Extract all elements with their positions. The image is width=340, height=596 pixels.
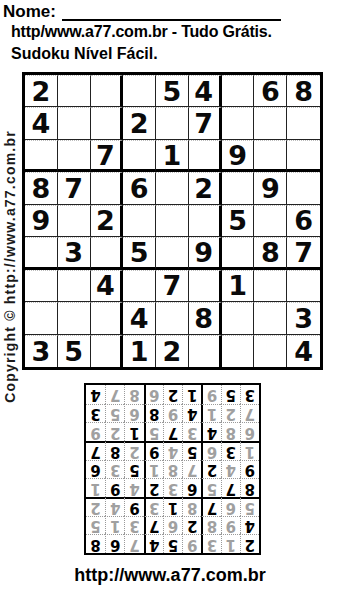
- solution-solved-digit: 3: [187, 425, 197, 440]
- puzzle-cell-r6c1[interactable]: [25, 237, 58, 269]
- puzzle-cell-r4c8[interactable]: 9: [254, 172, 287, 204]
- given-digit: 6: [261, 78, 280, 105]
- puzzle-cell-r5c9[interactable]: 6: [287, 205, 320, 237]
- puzzle-cell-r5c4[interactable]: [123, 205, 156, 237]
- given-digit: 4: [31, 110, 50, 137]
- given-digit: 8: [261, 239, 280, 266]
- given-digit: 2: [194, 175, 213, 202]
- puzzle-cell-r9c1[interactable]: 3: [25, 335, 58, 367]
- given-digit: 2: [31, 78, 50, 105]
- solution-cell-r6c9: 7: [86, 441, 105, 460]
- puzzle-cell-r7c2[interactable]: [58, 270, 91, 302]
- solution-cell-r9c6: 6: [144, 385, 163, 404]
- solution-cell-r1c5: 5: [163, 534, 182, 553]
- solution-cell-r5c6: 1: [144, 460, 163, 479]
- given-digit: 9: [228, 142, 247, 169]
- solution-cell-r9c8: 7: [105, 385, 124, 404]
- solution-solved-digit: 3: [129, 518, 139, 533]
- solution-cell-r2c7: 3: [124, 516, 143, 535]
- solution-cell-r6c3: 6: [201, 441, 220, 460]
- solution-solved-digit: 3: [110, 462, 120, 477]
- solution-cell-r1c9: 8: [86, 534, 105, 553]
- solution-solved-digit: 5: [149, 425, 159, 440]
- puzzle-cell-r2c7[interactable]: [222, 107, 255, 139]
- solution-given-digit: 9: [110, 481, 120, 496]
- puzzle-cell-r2c1[interactable]: 4: [25, 107, 58, 139]
- puzzle-cell-r1c1[interactable]: 2: [25, 75, 58, 107]
- solution-cell-r9c5: 2: [163, 385, 182, 404]
- given-digit: 9: [261, 175, 280, 202]
- given-digit: 7: [294, 239, 313, 266]
- solution-given-digit: 2: [168, 387, 178, 402]
- solution-cell-r7c4: 3: [182, 422, 201, 441]
- sudoku-sheet: Nome: http/www.a77.com.br - Tudo Grátis.…: [0, 0, 340, 596]
- given-digit: 5: [228, 207, 247, 234]
- solution-cell-r4c3: 5: [201, 478, 220, 497]
- solution-cell-r2c5: 6: [163, 516, 182, 535]
- solution-cell-r2c3: 8: [201, 516, 220, 535]
- puzzle-cell-r7c3[interactable]: 4: [91, 270, 124, 302]
- solution-cell-r6c5: 4: [163, 441, 182, 460]
- solution-cell-r4c9: 1: [86, 478, 105, 497]
- solution-cell-r5c4: 7: [182, 460, 201, 479]
- puzzle-cell-r6c6[interactable]: 9: [189, 237, 222, 269]
- puzzle-cell-r5c3[interactable]: 2: [91, 205, 124, 237]
- solution-cell-r1c1: 2: [240, 534, 259, 553]
- solution-solved-digit: 4: [168, 444, 178, 459]
- puzzle-cell-r7c5[interactable]: 7: [156, 270, 189, 302]
- solution-solved-digit: 9: [207, 387, 217, 402]
- given-digit: 8: [31, 175, 50, 202]
- puzzle-cell-r8c8[interactable]: [254, 302, 287, 334]
- solution-given-digit: 7: [225, 481, 235, 496]
- solution-cell-r8c3: 1: [201, 404, 220, 423]
- solution-solved-digit: 3: [149, 500, 159, 515]
- puzzle-cell-r4c7[interactable]: [222, 172, 255, 204]
- solution-cell-r9c3: 9: [201, 385, 220, 404]
- solution-given-digit: 2: [245, 537, 255, 552]
- puzzle-cell-r8c7[interactable]: [222, 302, 255, 334]
- solution-given-digit: 8: [245, 481, 255, 496]
- solution-given-digit: 8: [149, 406, 159, 421]
- puzzle-cell-r6c4[interactable]: 5: [123, 237, 156, 269]
- solution-solved-digit: 6: [149, 387, 159, 402]
- given-digit: 9: [31, 207, 50, 234]
- solution-solved-digit: 1: [245, 444, 255, 459]
- solution-given-digit: 4: [90, 387, 100, 402]
- solution-given-digit: 7: [168, 425, 178, 440]
- puzzle-cell-r3c3[interactable]: 7: [91, 140, 124, 172]
- given-digit: 8: [194, 305, 213, 332]
- puzzle-cell-r3c9[interactable]: [287, 140, 320, 172]
- solution-given-digit: 7: [90, 444, 100, 459]
- puzzle-cell-r7c1[interactable]: [25, 270, 58, 302]
- solution-cell-r1c2: 1: [221, 534, 240, 553]
- given-digit: 3: [294, 305, 313, 332]
- puzzle-cell-r1c4[interactable]: [123, 75, 156, 107]
- solution-cell-r7c9: 9: [86, 422, 105, 441]
- solution-solved-digit: 4: [225, 462, 235, 477]
- puzzle-cell-r3c1[interactable]: [25, 140, 58, 172]
- solution-cell-r6c4: 5: [182, 441, 201, 460]
- solution-solved-digit: 7: [245, 406, 255, 421]
- puzzle-cell-r8c6[interactable]: 8: [189, 302, 222, 334]
- puzzle-cell-r8c1[interactable]: [25, 302, 58, 334]
- puzzle-cell-r7c7[interactable]: 1: [222, 270, 255, 302]
- given-digit: 4: [294, 338, 313, 365]
- solution-given-digit: 8: [110, 444, 120, 459]
- puzzle-cell-r7c6[interactable]: [189, 270, 222, 302]
- given-digit: 4: [96, 272, 115, 299]
- solution-solved-digit: 7: [129, 537, 139, 552]
- puzzle-cell-r6c2[interactable]: 3: [58, 237, 91, 269]
- given-digit: 1: [163, 142, 182, 169]
- puzzle-cell-r1c7[interactable]: [222, 75, 255, 107]
- solution-cell-r8c2: 2: [221, 404, 240, 423]
- puzzle-cell-r8c2[interactable]: [58, 302, 91, 334]
- solution-cell-r1c8: 6: [105, 534, 124, 553]
- name-blank-line: [62, 0, 281, 21]
- solution-given-digit: 4: [149, 537, 159, 552]
- solution-cell-r4c1: 8: [240, 478, 259, 497]
- given-digit: 3: [64, 239, 83, 266]
- solution-cell-r4c4: 6: [182, 478, 201, 497]
- solution-solved-digit: 5: [90, 518, 100, 533]
- given-digit: 5: [130, 239, 149, 266]
- puzzle-cell-r8c4[interactable]: 4: [123, 302, 156, 334]
- solution-given-digit: 2: [187, 518, 197, 533]
- solution-cell-r3c2: 6: [221, 497, 240, 516]
- given-digit: 7: [64, 175, 83, 202]
- puzzle-cell-r6c9[interactable]: 7: [287, 237, 320, 269]
- puzzle-cell-r6c7[interactable]: [222, 237, 255, 269]
- puzzle-cell-r1c6[interactable]: 4: [189, 75, 222, 107]
- puzzle-cell-r6c5[interactable]: [156, 237, 189, 269]
- solution-given-digit: 6: [187, 481, 197, 496]
- solution-given-digit: 2: [149, 481, 159, 496]
- solution-cell-r4c8: 9: [105, 478, 124, 497]
- solution-given-digit: 5: [225, 387, 235, 402]
- solution-solved-digit: 4: [110, 500, 120, 515]
- given-digit: 1: [228, 272, 247, 299]
- solution-cell-r7c7: 1: [124, 422, 143, 441]
- puzzle-cell-r1c2[interactable]: [58, 75, 91, 107]
- solution-given-digit: 9: [245, 462, 255, 477]
- solution-cell-r3c8: 4: [105, 497, 124, 516]
- puzzle-cell-r5c1[interactable]: 9: [25, 205, 58, 237]
- solution-solved-digit: 6: [168, 518, 178, 533]
- solution-cell-r9c2: 5: [221, 385, 240, 404]
- solution-given-digit: 7: [149, 518, 159, 533]
- given-digit: 2: [163, 338, 182, 365]
- solution-given-digit: 4: [207, 425, 217, 440]
- given-digit: 3: [31, 338, 50, 365]
- solution-solved-digit: 9: [225, 518, 235, 533]
- solution-cell-r4c2: 7: [221, 478, 240, 497]
- puzzle-cell-r8c9[interactable]: 3: [287, 302, 320, 334]
- solution-solved-digit: 6: [225, 500, 235, 515]
- puzzle-cell-r2c8[interactable]: [254, 107, 287, 139]
- solution-cell-r5c8: 3: [105, 460, 124, 479]
- footer-url-text: http://www.a77.com.br: [0, 565, 340, 586]
- solution-cell-r2c2: 9: [221, 516, 240, 535]
- solution-cell-r6c1: 1: [240, 441, 259, 460]
- solution-grid: 2139547684982673155678139428756324919427…: [84, 383, 261, 555]
- solution-cell-r8c5: 9: [163, 404, 182, 423]
- solution-cell-r6c6: 9: [144, 441, 163, 460]
- solution-given-digit: 4: [187, 406, 197, 421]
- solution-solved-digit: 3: [168, 481, 178, 496]
- given-digit: 5: [163, 78, 182, 105]
- name-label: Nome:: [3, 2, 56, 22]
- solution-solved-digit: 9: [168, 406, 178, 421]
- solution-given-digit: 1: [168, 500, 178, 515]
- puzzle-cell-r5c5[interactable]: [156, 205, 189, 237]
- puzzle-cell-r9c3[interactable]: [91, 335, 124, 367]
- puzzle-cell-r4c9[interactable]: [287, 172, 320, 204]
- solution-cell-r9c4: 1: [182, 385, 201, 404]
- solution-cell-r3c3: 7: [201, 497, 220, 516]
- solution-cell-r5c9: 6: [86, 460, 105, 479]
- puzzle-cell-r8c5[interactable]: [156, 302, 189, 334]
- puzzle-cell-r5c7[interactable]: 5: [222, 205, 255, 237]
- puzzle-cell-r1c3[interactable]: [91, 75, 124, 107]
- solution-solved-digit: 1: [90, 481, 100, 496]
- solution-cell-r2c6: 7: [144, 516, 163, 535]
- puzzle-cell-r5c8[interactable]: [254, 205, 287, 237]
- solution-solved-digit: 8: [225, 425, 235, 440]
- solution-given-digit: 1: [129, 425, 139, 440]
- given-digit: 7: [96, 142, 115, 169]
- solution-given-digit: 9: [149, 444, 159, 459]
- solution-cell-r2c8: 1: [105, 516, 124, 535]
- puzzle-cell-r3c6[interactable]: [189, 140, 222, 172]
- puzzle-cell-r5c2[interactable]: [58, 205, 91, 237]
- solution-cell-r2c9: 5: [86, 516, 105, 535]
- solution-cell-r7c8: 2: [105, 422, 124, 441]
- solution-solved-digit: 4: [129, 481, 139, 496]
- puzzle-cell-r2c4[interactable]: 2: [123, 107, 156, 139]
- solution-cell-r7c3: 4: [201, 422, 220, 441]
- puzzle-cell-r3c4[interactable]: [123, 140, 156, 172]
- puzzle-cell-r9c9[interactable]: 4: [287, 335, 320, 367]
- puzzle-cell-r8c3[interactable]: [91, 302, 124, 334]
- solution-solved-digit: 8: [129, 387, 139, 402]
- given-digit: 6: [130, 175, 149, 202]
- solution-cell-r2c4: 2: [182, 516, 201, 535]
- given-digit: 4: [194, 78, 213, 105]
- given-digit: 2: [96, 207, 115, 234]
- solution-cell-r5c7: 5: [124, 460, 143, 479]
- page-title: Sudoku Nível Fácil.: [11, 45, 158, 63]
- solution-cell-r6c8: 8: [105, 441, 124, 460]
- copyright-vertical-text: Copyright © http://www.a77.com.br: [2, 88, 19, 445]
- solution-cell-r5c5: 8: [163, 460, 182, 479]
- puzzle-cell-r9c6[interactable]: [189, 335, 222, 367]
- solution-cell-r4c6: 2: [144, 478, 163, 497]
- solution-solved-digit: 2: [110, 425, 120, 440]
- solution-cell-r3c1: 5: [240, 497, 259, 516]
- solution-cell-r9c9: 4: [86, 385, 105, 404]
- solution-cell-r4c7: 4: [124, 478, 143, 497]
- solution-solved-digit: 8: [187, 500, 197, 515]
- solution-given-digit: 1: [187, 387, 197, 402]
- puzzle-cell-r6c8[interactable]: 8: [254, 237, 287, 269]
- given-digit: 9: [194, 239, 213, 266]
- solution-given-digit: 3: [90, 406, 100, 421]
- solution-solved-digit: 6: [207, 444, 217, 459]
- puzzle-cell-r2c2[interactable]: [58, 107, 91, 139]
- puzzle-cell-r3c8[interactable]: [254, 140, 287, 172]
- puzzle-cell-r2c9[interactable]: [287, 107, 320, 139]
- puzzle-cell-r9c2[interactable]: 5: [58, 335, 91, 367]
- solution-cell-r5c2: 4: [221, 460, 240, 479]
- solution-given-digit: 4: [245, 518, 255, 533]
- solution-cell-r8c7: 6: [124, 404, 143, 423]
- solution-solved-digit: 6: [245, 425, 255, 440]
- solution-solved-digit: 1: [149, 462, 159, 477]
- solution-cell-r1c7: 7: [124, 534, 143, 553]
- puzzle-cell-r7c9[interactable]: [287, 270, 320, 302]
- solution-given-digit: 6: [90, 462, 100, 477]
- puzzle-cell-r2c3[interactable]: [91, 107, 124, 139]
- solution-cell-r8c9: 3: [86, 404, 105, 423]
- solution-solved-digit: 2: [225, 406, 235, 421]
- given-digit: 7: [163, 272, 182, 299]
- solution-cell-r6c2: 3: [221, 441, 240, 460]
- solution-solved-digit: 6: [129, 406, 139, 421]
- given-digit: 8: [294, 78, 313, 105]
- solution-solved-digit: 1: [225, 537, 235, 552]
- puzzle-cell-r7c8[interactable]: [254, 270, 287, 302]
- puzzle-cell-r9c5[interactable]: 2: [156, 335, 189, 367]
- puzzle-cell-r3c2[interactable]: [58, 140, 91, 172]
- solution-solved-digit: 5: [207, 481, 217, 496]
- puzzle-cell-r9c8[interactable]: [254, 335, 287, 367]
- solution-solved-digit: 7: [110, 387, 120, 402]
- solution-cell-r1c3: 3: [201, 534, 220, 553]
- given-digit: 7: [194, 110, 213, 137]
- puzzle-cell-r4c2[interactable]: 7: [58, 172, 91, 204]
- solution-cell-r3c7: 9: [124, 497, 143, 516]
- solution-solved-digit: 5: [245, 500, 255, 515]
- puzzle-cell-r3c7[interactable]: 9: [222, 140, 255, 172]
- solution-given-digit: 5: [129, 462, 139, 477]
- solution-given-digit: 9: [129, 500, 139, 515]
- solution-given-digit: 8: [90, 537, 100, 552]
- solution-cell-r7c6: 5: [144, 422, 163, 441]
- solution-cell-r7c1: 6: [240, 422, 259, 441]
- solution-solved-digit: 8: [168, 462, 178, 477]
- puzzle-cell-r4c4[interactable]: 6: [123, 172, 156, 204]
- solution-solved-digit: 9: [90, 425, 100, 440]
- given-digit: 2: [130, 110, 149, 137]
- header-site-text: http/www.a77.com.br - Tudo Grátis.: [11, 23, 272, 41]
- puzzle-cell-r3c5[interactable]: 1: [156, 140, 189, 172]
- solution-given-digit: 7: [207, 500, 217, 515]
- solution-cell-r6c7: 2: [124, 441, 143, 460]
- puzzle-cell-r4c1[interactable]: 8: [25, 172, 58, 204]
- solution-cell-r1c4: 9: [182, 534, 201, 553]
- puzzle-cell-r5c6[interactable]: [189, 205, 222, 237]
- puzzle-cell-r1c5[interactable]: 5: [156, 75, 189, 107]
- puzzle-cell-r2c5[interactable]: [156, 107, 189, 139]
- solution-cell-r9c1: 3: [240, 385, 259, 404]
- solution-solved-digit: 2: [90, 500, 100, 515]
- puzzle-cell-r1c9[interactable]: 8: [287, 75, 320, 107]
- solution-cell-r3c5: 1: [163, 497, 182, 516]
- solution-solved-digit: 5: [110, 406, 120, 421]
- solution-solved-digit: 1: [207, 406, 217, 421]
- solution-given-digit: 5: [168, 537, 178, 552]
- solution-given-digit: 6: [110, 537, 120, 552]
- solution-cell-r5c3: 2: [201, 460, 220, 479]
- puzzle-cell-r4c5[interactable]: [156, 172, 189, 204]
- puzzle-cell-r1c8[interactable]: 6: [254, 75, 287, 107]
- puzzle-cell-r4c6[interactable]: 2: [189, 172, 222, 204]
- solution-cell-r3c6: 3: [144, 497, 163, 516]
- solution-cell-r1c6: 4: [144, 534, 163, 553]
- solution-cell-r8c6: 8: [144, 404, 163, 423]
- solution-solved-digit: 9: [187, 537, 197, 552]
- solution-cell-r7c5: 7: [163, 422, 182, 441]
- solution-cell-r2c1: 4: [240, 516, 259, 535]
- solution-cell-r9c7: 8: [124, 385, 143, 404]
- puzzle-cell-r9c7[interactable]: [222, 335, 255, 367]
- solution-cell-r4c5: 3: [163, 478, 182, 497]
- solution-given-digit: 3: [225, 444, 235, 459]
- solution-cell-r8c4: 4: [182, 404, 201, 423]
- solution-cell-r3c9: 2: [86, 497, 105, 516]
- given-digit: 5: [64, 338, 83, 365]
- solution-given-digit: 2: [207, 462, 217, 477]
- solution-cell-r8c8: 5: [105, 404, 124, 423]
- solution-solved-digit: 8: [207, 518, 217, 533]
- puzzle-cell-r7c4[interactable]: [123, 270, 156, 302]
- sudoku-grid: 254684277198762992563598747148335124: [22, 72, 323, 370]
- solution-solved-digit: 7: [187, 462, 197, 477]
- solution-solved-digit: 1: [110, 518, 120, 533]
- solution-given-digit: 5: [187, 444, 197, 459]
- solution-solved-digit: 2: [129, 444, 139, 459]
- puzzle-cell-r6c3[interactable]: [91, 237, 124, 269]
- solution-cell-r8c1: 7: [240, 404, 259, 423]
- given-digit: 4: [130, 305, 149, 332]
- given-digit: 1: [130, 338, 149, 365]
- solution-solved-digit: 3: [207, 537, 217, 552]
- puzzle-cell-r2c6[interactable]: 7: [189, 107, 222, 139]
- puzzle-cell-r4c3[interactable]: [91, 172, 124, 204]
- solution-cell-r7c2: 8: [221, 422, 240, 441]
- puzzle-cell-r9c4[interactable]: 1: [123, 335, 156, 367]
- given-digit: 6: [294, 207, 313, 234]
- solution-cell-r3c4: 8: [182, 497, 201, 516]
- solution-given-digit: 3: [245, 387, 255, 402]
- solution-cell-r5c1: 9: [240, 460, 259, 479]
